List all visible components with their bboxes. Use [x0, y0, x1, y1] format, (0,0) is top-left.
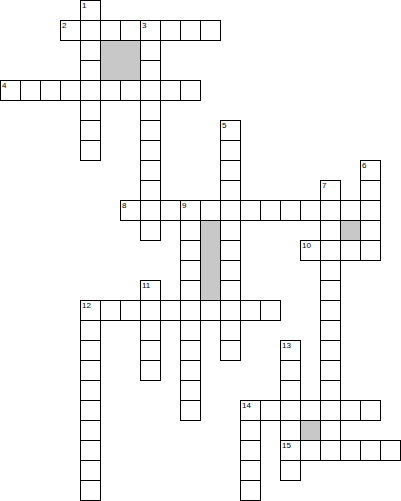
answer-cell-r20-c17[interactable] — [340, 400, 361, 421]
answer-cell-r19-c9[interactable] — [180, 380, 201, 401]
answer-cell-r12-c16[interactable] — [320, 240, 341, 261]
answer-cell-r4-c1[interactable] — [20, 80, 41, 101]
answer-cell-r11-c7[interactable] — [140, 220, 161, 241]
answer-cell-r6-c7[interactable] — [140, 120, 161, 141]
answer-cell-r16-c7[interactable] — [140, 320, 161, 341]
answer-cell-r21-c16[interactable] — [320, 420, 341, 441]
answer-cell-r6-c4[interactable] — [80, 120, 101, 141]
answer-cell-r22-c14[interactable]: 15 — [280, 440, 301, 461]
answer-cell-r13-c9[interactable] — [180, 260, 201, 281]
answer-cell-r4-c8[interactable] — [160, 80, 181, 101]
answer-cell-r10-c17[interactable] — [340, 200, 361, 221]
answer-cell-r6-c11[interactable]: 5 — [220, 120, 241, 141]
answer-cell-r14-c11[interactable] — [220, 280, 241, 301]
clue-number: 12 — [82, 301, 91, 310]
answer-cell-r4-c6[interactable] — [120, 80, 141, 101]
blocked-region — [200, 220, 221, 301]
answer-cell-r1-c5[interactable] — [100, 20, 121, 41]
answer-cell-r1-c9[interactable] — [180, 20, 201, 41]
answer-cell-r11-c16[interactable] — [320, 220, 341, 241]
answer-cell-r16-c16[interactable] — [320, 320, 341, 341]
answer-cell-r4-c7[interactable] — [140, 80, 161, 101]
blocked-region — [340, 220, 361, 241]
answer-cell-r21-c14[interactable] — [280, 420, 301, 441]
answer-cell-r15-c13[interactable] — [260, 300, 281, 321]
answer-cell-r9-c18[interactable] — [360, 180, 381, 201]
answer-cell-r4-c3[interactable] — [60, 80, 81, 101]
clue-number: 10 — [302, 241, 311, 250]
answer-cell-r4-c5[interactable] — [100, 80, 121, 101]
answer-cell-r15-c5[interactable] — [100, 300, 121, 321]
answer-cell-r13-c11[interactable] — [220, 260, 241, 281]
answer-cell-r17-c16[interactable] — [320, 340, 341, 361]
blocked-region — [100, 40, 141, 81]
answer-cell-r18-c14[interactable] — [280, 360, 301, 381]
answer-cell-r11-c18[interactable] — [360, 220, 381, 241]
clue-number: 3 — [142, 21, 146, 30]
answer-cell-r10-c13[interactable] — [260, 200, 281, 221]
answer-cell-r7-c4[interactable] — [80, 140, 101, 161]
answer-cell-r10-c14[interactable] — [280, 200, 301, 221]
answer-cell-r15-c6[interactable] — [120, 300, 141, 321]
answer-cell-r2-c7[interactable] — [140, 40, 161, 61]
clue-number: 7 — [322, 181, 326, 190]
answer-cell-r15-c11[interactable] — [220, 300, 241, 321]
clue-number: 15 — [282, 441, 291, 450]
clue-number: 11 — [142, 281, 150, 290]
clue-number: 6 — [362, 161, 366, 170]
answer-cell-r15-c12[interactable] — [240, 300, 261, 321]
answer-cell-r23-c14[interactable] — [280, 460, 301, 481]
answer-cell-r18-c4[interactable] — [80, 360, 101, 381]
answer-cell-r10-c11[interactable] — [220, 200, 241, 221]
answer-cell-r3-c4[interactable] — [80, 60, 101, 81]
answer-cell-r11-c9[interactable] — [180, 220, 201, 241]
answer-cell-r22-c16[interactable] — [320, 440, 341, 461]
answer-cell-r1-c8[interactable] — [160, 20, 181, 41]
answer-cell-r16-c9[interactable] — [180, 320, 201, 341]
answer-cell-r10-c6[interactable]: 8 — [120, 200, 141, 221]
answer-cell-r22-c15[interactable] — [300, 440, 321, 461]
answer-cell-r9-c16[interactable]: 7 — [320, 180, 341, 201]
answer-cell-r21-c4[interactable] — [80, 420, 101, 441]
answer-cell-r8-c18[interactable]: 6 — [360, 160, 381, 181]
answer-cell-r18-c9[interactable] — [180, 360, 201, 381]
answer-cell-r3-c7[interactable] — [140, 60, 161, 81]
answer-cell-r22-c19[interactable] — [380, 440, 401, 461]
answer-cell-r19-c4[interactable] — [80, 380, 101, 401]
answer-cell-r7-c11[interactable] — [220, 140, 241, 161]
clue-number: 2 — [62, 21, 66, 30]
answer-cell-r18-c16[interactable] — [320, 360, 341, 381]
clue-number: 9 — [182, 201, 186, 210]
answer-cell-r20-c13[interactable] — [260, 400, 281, 421]
answer-cell-r0-c4[interactable]: 1 — [80, 0, 101, 21]
answer-cell-r4-c0[interactable]: 4 — [0, 80, 21, 101]
answer-cell-r5-c7[interactable] — [140, 100, 161, 121]
crossword-board: 123456789101112131415 — [0, 0, 401, 501]
answer-cell-r14-c9[interactable] — [180, 280, 201, 301]
answer-cell-r11-c11[interactable] — [220, 220, 241, 241]
answer-cell-r15-c7[interactable] — [140, 300, 161, 321]
answer-cell-r10-c7[interactable] — [140, 200, 161, 221]
answer-cell-r8-c11[interactable] — [220, 160, 241, 181]
answer-cell-r16-c11[interactable] — [220, 320, 241, 341]
answer-cell-r21-c12[interactable] — [240, 420, 261, 441]
answer-cell-r20-c9[interactable] — [180, 400, 201, 421]
answer-cell-r20-c18[interactable] — [360, 400, 381, 421]
answer-cell-r19-c16[interactable] — [320, 380, 341, 401]
answer-cell-r17-c9[interactable] — [180, 340, 201, 361]
answer-cell-r1-c7[interactable]: 3 — [140, 20, 161, 41]
answer-cell-r22-c17[interactable] — [340, 440, 361, 461]
clue-number: 14 — [242, 401, 251, 410]
answer-cell-r20-c12[interactable]: 14 — [240, 400, 261, 421]
answer-cell-r20-c16[interactable] — [320, 400, 341, 421]
answer-cell-r10-c16[interactable] — [320, 200, 341, 221]
answer-cell-r1-c3[interactable]: 2 — [60, 20, 81, 41]
answer-cell-r10-c12[interactable] — [240, 200, 261, 221]
clue-number: 4 — [2, 81, 6, 90]
clue-number: 13 — [282, 341, 291, 350]
answer-cell-r15-c10[interactable] — [200, 300, 221, 321]
clue-number: 1 — [82, 1, 86, 10]
answer-cell-r17-c14[interactable]: 13 — [280, 340, 301, 361]
answer-cell-r17-c11[interactable] — [220, 340, 241, 361]
answer-cell-r17-c7[interactable] — [140, 340, 161, 361]
answer-cell-r23-c4[interactable] — [80, 460, 101, 481]
answer-cell-r22-c18[interactable] — [360, 440, 381, 461]
answer-cell-r1-c10[interactable] — [200, 20, 221, 41]
answer-cell-r24-c12[interactable] — [240, 480, 261, 501]
answer-cell-r5-c4[interactable] — [80, 100, 101, 121]
answer-cell-r15-c4[interactable]: 12 — [80, 300, 101, 321]
answer-cell-r14-c16[interactable] — [320, 280, 341, 301]
answer-cell-r17-c4[interactable] — [80, 340, 101, 361]
answer-cell-r22-c4[interactable] — [80, 440, 101, 461]
answer-cell-r10-c15[interactable] — [300, 200, 321, 221]
answer-cell-r10-c18[interactable] — [360, 200, 381, 221]
answer-cell-r9-c11[interactable] — [220, 180, 241, 201]
answer-cell-r12-c11[interactable] — [220, 240, 241, 261]
answer-cell-r4-c9[interactable] — [180, 80, 201, 101]
answer-cell-r20-c14[interactable] — [280, 400, 301, 421]
answer-cell-r1-c4[interactable] — [80, 20, 101, 41]
answer-cell-r16-c4[interactable] — [80, 320, 101, 341]
answer-cell-r12-c15[interactable]: 10 — [300, 240, 321, 261]
answer-cell-r7-c7[interactable] — [140, 140, 161, 161]
answer-cell-r15-c16[interactable] — [320, 300, 341, 321]
answer-cell-r10-c9[interactable]: 9 — [180, 200, 201, 221]
answer-cell-r23-c12[interactable] — [240, 460, 261, 481]
answer-cell-r19-c14[interactable] — [280, 380, 301, 401]
clue-number: 8 — [122, 201, 126, 210]
answer-cell-r10-c10[interactable] — [200, 200, 221, 221]
clue-number: 5 — [222, 121, 226, 130]
answer-cell-r20-c15[interactable] — [300, 400, 321, 421]
answer-cell-r15-c8[interactable] — [160, 300, 181, 321]
answer-cell-r1-c6[interactable] — [120, 20, 141, 41]
answer-cell-r15-c9[interactable] — [180, 300, 201, 321]
answer-cell-r4-c2[interactable] — [40, 80, 61, 101]
answer-cell-r9-c7[interactable] — [140, 180, 161, 201]
answer-cell-r2-c4[interactable] — [80, 40, 101, 61]
answer-cell-r18-c7[interactable] — [140, 360, 161, 381]
blocked-region — [300, 420, 321, 441]
answer-cell-r10-c8[interactable] — [160, 200, 181, 221]
answer-cell-r12-c17[interactable] — [340, 240, 361, 261]
answer-cell-r12-c9[interactable] — [180, 240, 201, 261]
answer-cell-r14-c7[interactable]: 11 — [140, 280, 161, 301]
answer-cell-r24-c4[interactable] — [80, 480, 101, 501]
answer-cell-r13-c16[interactable] — [320, 260, 341, 281]
answer-cell-r22-c12[interactable] — [240, 440, 261, 461]
answer-cell-r12-c18[interactable] — [360, 240, 381, 261]
answer-cell-r20-c4[interactable] — [80, 400, 101, 421]
answer-cell-r4-c4[interactable] — [80, 80, 101, 101]
answer-cell-r8-c7[interactable] — [140, 160, 161, 181]
